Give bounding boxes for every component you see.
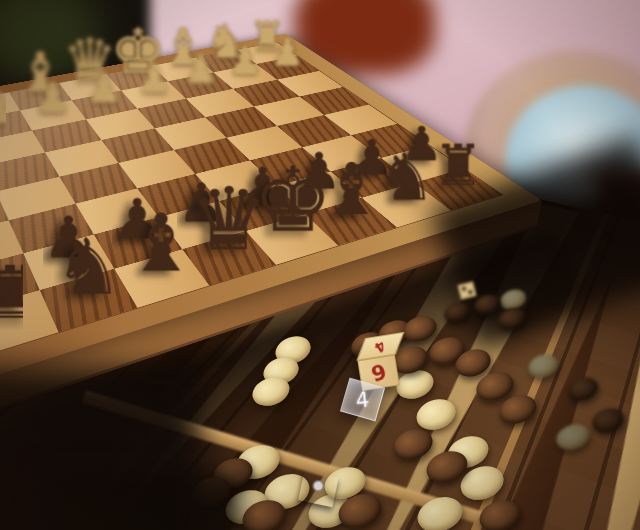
checkers-layer xyxy=(0,0,640,530)
die-front-digit: 9 xyxy=(368,359,389,386)
backgammon-checker-light[interactable] xyxy=(413,492,468,530)
backgammon-checker-light[interactable] xyxy=(525,351,561,382)
backgammon-checker-light[interactable] xyxy=(553,420,593,455)
backgammon-checker-dark[interactable] xyxy=(589,405,627,438)
acrylic-die-digit: 4 xyxy=(355,387,371,412)
backgammon-checker-dark[interactable] xyxy=(400,312,440,347)
backgammon-checker-dark[interactable] xyxy=(565,374,601,405)
backgammon-checker-dark[interactable] xyxy=(442,299,473,325)
backgammon-checker-dark[interactable] xyxy=(475,495,525,530)
die-top-digit: 4 xyxy=(372,337,389,356)
photo-wooden-chess-set: ♜♞♝♛♚♝♞♜♟♟♟♟♟♟♟♟♟♟♟♟♟♟♟♟♜♞♝♛♚♝♞♜ 4 9 4 xyxy=(0,0,640,530)
backgammon-checker-dark[interactable] xyxy=(495,305,528,334)
